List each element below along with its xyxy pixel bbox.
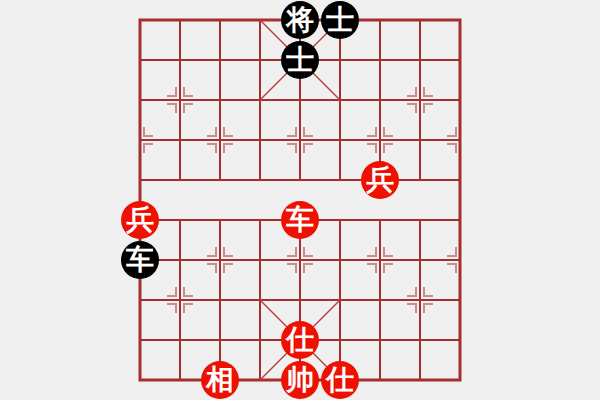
pieces-grid: 将士士兵兵车车仕相帅仕: [120, 0, 480, 400]
piece-red-advisor[interactable]: 仕: [321, 361, 359, 399]
piece-black-advisor[interactable]: 士: [321, 1, 359, 39]
piece-red-elephant[interactable]: 相: [201, 361, 239, 399]
xiangqi-app: 将士士兵兵车车仕相帅仕: [0, 0, 600, 400]
piece-black-advisor[interactable]: 士: [281, 41, 319, 79]
piece-red-soldier[interactable]: 兵: [121, 201, 159, 239]
piece-red-soldier[interactable]: 兵: [361, 161, 399, 199]
piece-red-general[interactable]: 帅: [281, 361, 319, 399]
piece-red-chariot[interactable]: 车: [281, 201, 319, 239]
piece-black-chariot[interactable]: 车: [121, 241, 159, 279]
piece-red-advisor[interactable]: 仕: [281, 321, 319, 359]
piece-black-general[interactable]: 将: [281, 1, 319, 39]
xiangqi-board: 将士士兵兵车车仕相帅仕: [0, 0, 600, 400]
